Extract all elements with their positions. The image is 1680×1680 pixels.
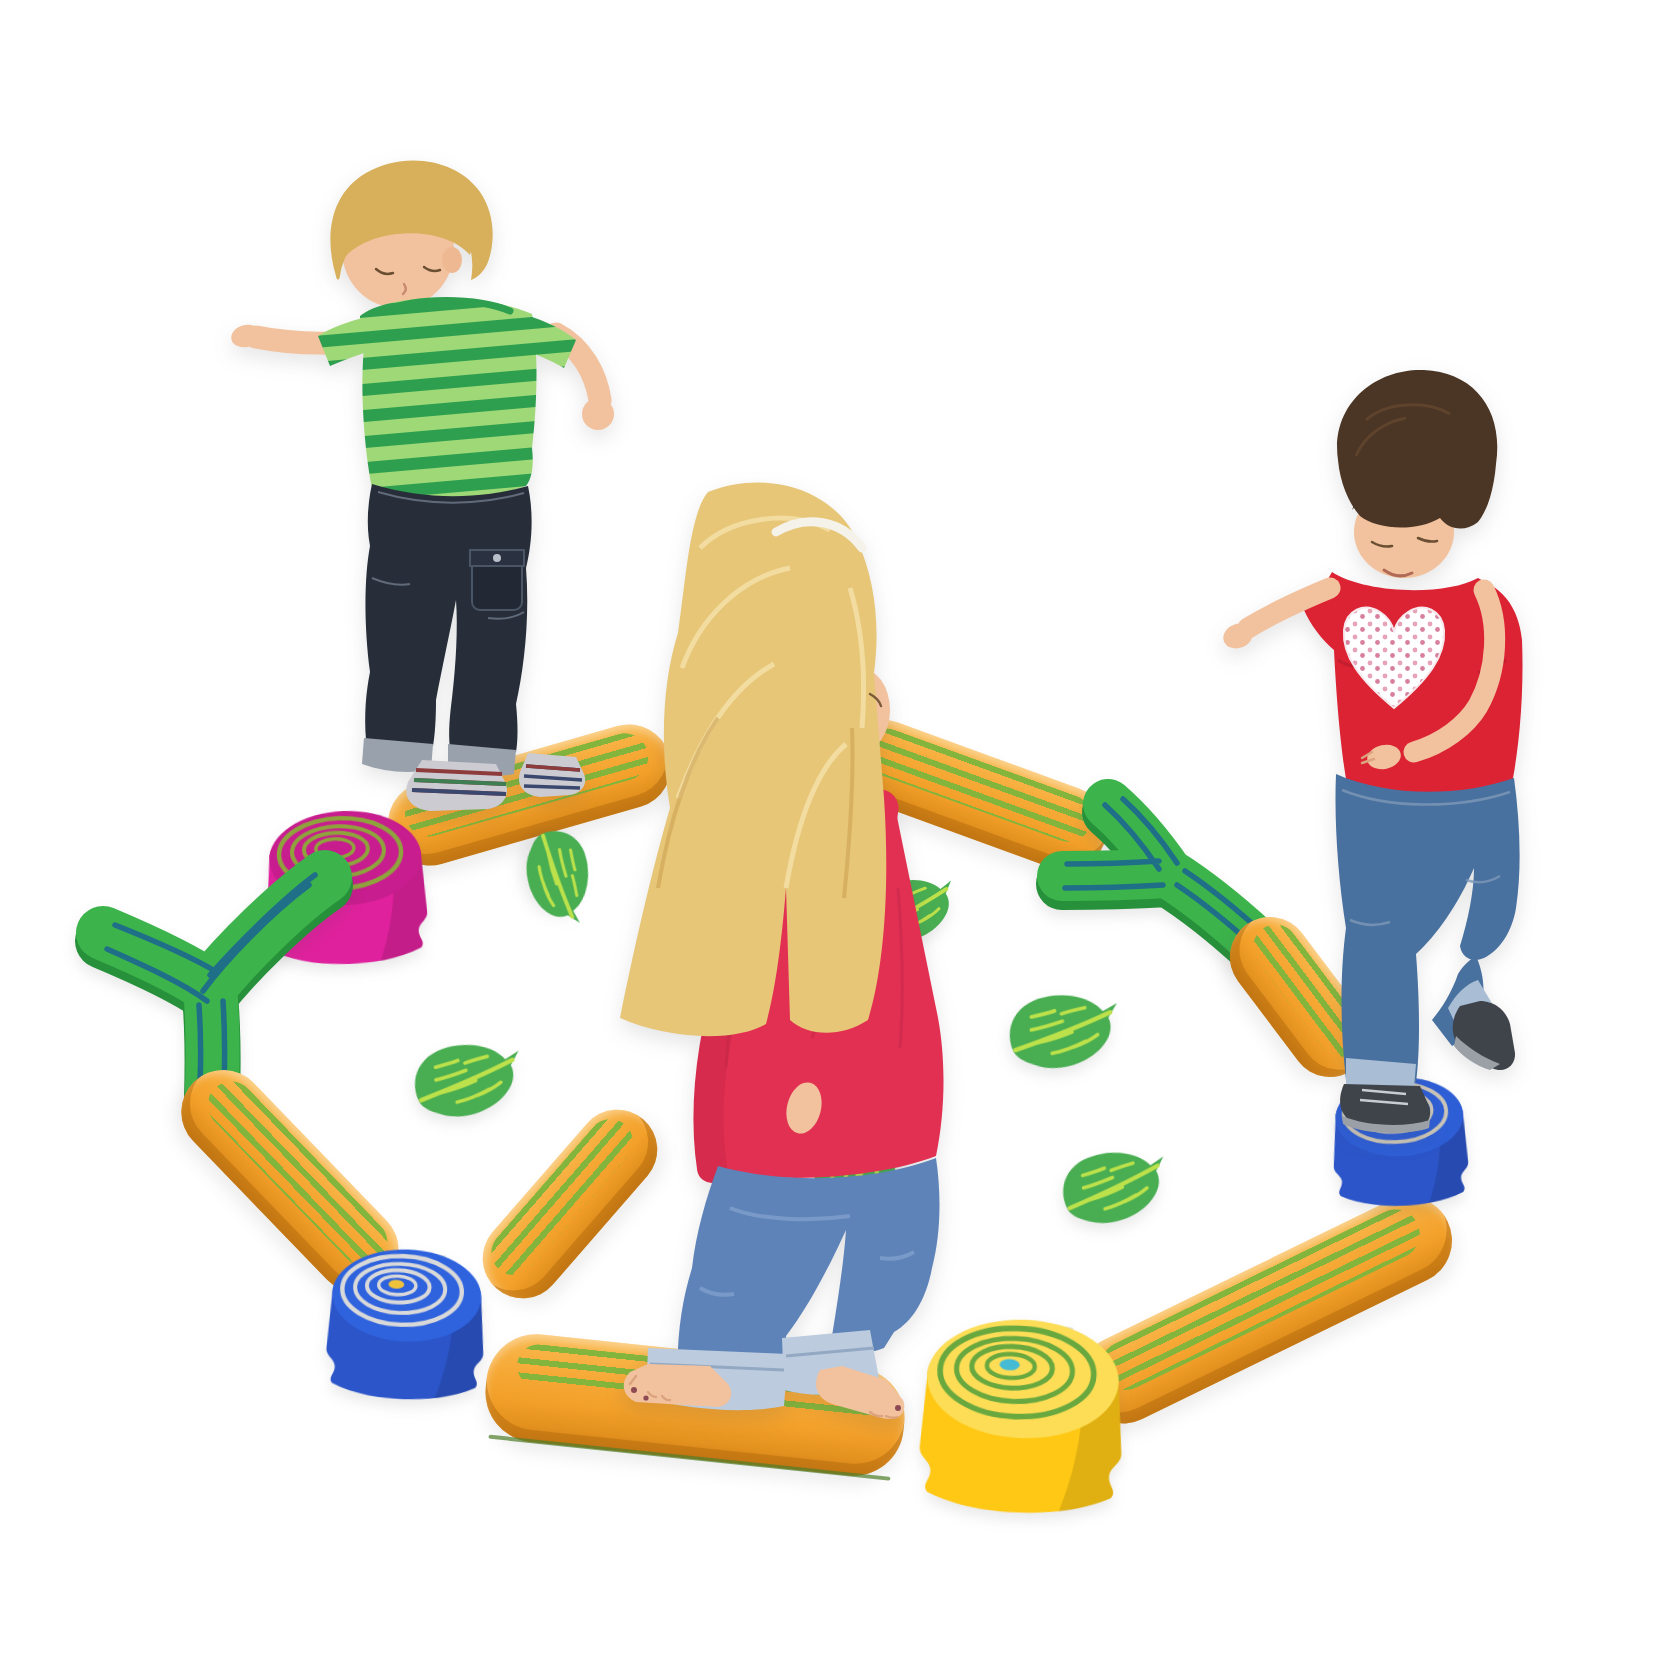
leaf-mat bbox=[987, 977, 1131, 1086]
leaf-mat bbox=[372, 1027, 554, 1135]
boy-jeans bbox=[362, 484, 532, 776]
boy-shirt bbox=[318, 298, 576, 500]
girl-right-hair bbox=[1337, 370, 1497, 529]
child-girl-center bbox=[550, 468, 992, 1468]
girl-center-hair bbox=[620, 483, 886, 1037]
branch-shape bbox=[103, 875, 325, 1098]
stump-blue-left bbox=[305, 1219, 508, 1418]
boy-head bbox=[330, 160, 492, 309]
photo-scene bbox=[0, 0, 1680, 1680]
y-branch-left bbox=[75, 855, 345, 1105]
girl-center-head bbox=[620, 483, 890, 1037]
child-girl-right bbox=[1126, 360, 1538, 1160]
girl-right-head bbox=[1337, 370, 1497, 578]
